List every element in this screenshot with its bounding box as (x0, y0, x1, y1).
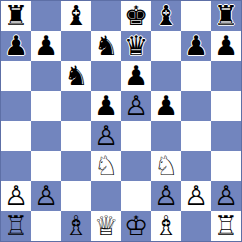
square-f2[interactable]: ♙ (151, 181, 181, 211)
square-e7[interactable]: ♛ (121, 31, 151, 61)
white-pawn-a2: ♙ (4, 181, 28, 211)
square-h6[interactable] (211, 61, 241, 91)
white-rook-a1: ♖ (4, 211, 28, 241)
square-d2[interactable] (91, 181, 121, 211)
white-bishop-c1: ♗ (64, 211, 88, 241)
square-g5[interactable] (181, 91, 211, 121)
square-b8[interactable] (31, 1, 61, 31)
square-e3[interactable] (121, 151, 151, 181)
square-h3[interactable] (211, 151, 241, 181)
square-f8[interactable]: ♝ (151, 1, 181, 31)
chess-board-frame: ♜♝♚♝♜♟♟♞♛♟♟♞♟♟♙♟♙♘♘♙♙♙♙♙♖♗♕♔♗♖ (0, 0, 242, 242)
black-bishop-c8: ♝ (64, 1, 88, 31)
black-pawn-e6: ♟ (124, 61, 148, 91)
square-b1[interactable] (31, 211, 61, 241)
square-f1[interactable]: ♗ (151, 211, 181, 241)
square-d3[interactable]: ♘ (91, 151, 121, 181)
black-pawn-b7: ♟ (34, 31, 58, 61)
square-b2[interactable]: ♙ (31, 181, 61, 211)
white-queen-d1: ♕ (94, 211, 118, 241)
square-f3[interactable]: ♘ (151, 151, 181, 181)
square-g8[interactable] (181, 1, 211, 31)
square-b4[interactable] (31, 121, 61, 151)
square-b6[interactable] (31, 61, 61, 91)
square-c3[interactable] (61, 151, 91, 181)
square-b7[interactable]: ♟ (31, 31, 61, 61)
black-knight-c6: ♞ (64, 61, 88, 91)
square-e6[interactable]: ♟ (121, 61, 151, 91)
square-a3[interactable] (1, 151, 31, 181)
square-a4[interactable] (1, 121, 31, 151)
square-c5[interactable] (61, 91, 91, 121)
square-c4[interactable] (61, 121, 91, 151)
white-bishop-f1: ♗ (154, 211, 178, 241)
square-f5[interactable]: ♟ (151, 91, 181, 121)
square-a8[interactable]: ♜ (1, 1, 31, 31)
square-d4[interactable]: ♙ (91, 121, 121, 151)
square-h8[interactable]: ♜ (211, 1, 241, 31)
square-c7[interactable] (61, 31, 91, 61)
square-a6[interactable] (1, 61, 31, 91)
white-pawn-g2: ♙ (184, 181, 208, 211)
square-d5[interactable]: ♟ (91, 91, 121, 121)
black-pawn-f5: ♟ (154, 91, 178, 121)
square-f4[interactable] (151, 121, 181, 151)
black-rook-a8: ♜ (4, 1, 28, 31)
square-h2[interactable]: ♙ (211, 181, 241, 211)
black-king-e8: ♚ (124, 1, 148, 31)
black-pawn-g7: ♟ (184, 31, 208, 61)
white-rook-h1: ♖ (214, 211, 238, 241)
black-rook-h8: ♜ (214, 1, 238, 31)
white-pawn-f2: ♙ (154, 181, 178, 211)
square-h5[interactable] (211, 91, 241, 121)
square-b5[interactable] (31, 91, 61, 121)
square-g3[interactable] (181, 151, 211, 181)
square-e8[interactable]: ♚ (121, 1, 151, 31)
white-king-e1: ♔ (124, 211, 148, 241)
square-h7[interactable]: ♟ (211, 31, 241, 61)
square-h4[interactable] (211, 121, 241, 151)
square-c1[interactable]: ♗ (61, 211, 91, 241)
square-c6[interactable]: ♞ (61, 61, 91, 91)
white-knight-d3: ♘ (94, 151, 118, 181)
square-g2[interactable]: ♙ (181, 181, 211, 211)
white-pawn-h2: ♙ (214, 181, 238, 211)
black-pawn-d5: ♟ (94, 91, 118, 121)
square-d6[interactable] (91, 61, 121, 91)
square-f6[interactable] (151, 61, 181, 91)
black-knight-d7: ♞ (94, 31, 118, 61)
square-e2[interactable] (121, 181, 151, 211)
square-c2[interactable] (61, 181, 91, 211)
square-g7[interactable]: ♟ (181, 31, 211, 61)
square-e5[interactable]: ♙ (121, 91, 151, 121)
square-a5[interactable] (1, 91, 31, 121)
black-pawn-a7: ♟ (4, 31, 28, 61)
square-f7[interactable] (151, 31, 181, 61)
white-pawn-e5: ♙ (124, 91, 148, 121)
chess-board: ♜♝♚♝♜♟♟♞♛♟♟♞♟♟♙♟♙♘♘♙♙♙♙♙♖♗♕♔♗♖ (1, 1, 241, 241)
square-c8[interactable]: ♝ (61, 1, 91, 31)
square-d7[interactable]: ♞ (91, 31, 121, 61)
square-g4[interactable] (181, 121, 211, 151)
square-a7[interactable]: ♟ (1, 31, 31, 61)
square-h1[interactable]: ♖ (211, 211, 241, 241)
square-d8[interactable] (91, 1, 121, 31)
square-g6[interactable] (181, 61, 211, 91)
white-pawn-d4: ♙ (94, 121, 118, 151)
square-b3[interactable] (31, 151, 61, 181)
square-a1[interactable]: ♖ (1, 211, 31, 241)
square-e1[interactable]: ♔ (121, 211, 151, 241)
black-bishop-f8: ♝ (154, 1, 178, 31)
square-g1[interactable] (181, 211, 211, 241)
square-d1[interactable]: ♕ (91, 211, 121, 241)
black-pawn-h7: ♟ (214, 31, 238, 61)
square-a2[interactable]: ♙ (1, 181, 31, 211)
white-knight-f3: ♘ (154, 151, 178, 181)
square-e4[interactable] (121, 121, 151, 151)
black-queen-e7: ♛ (124, 31, 148, 61)
white-pawn-b2: ♙ (34, 181, 58, 211)
